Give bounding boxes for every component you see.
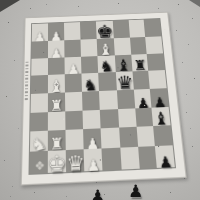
black-pawn-piece[interactable]: ♟ bbox=[158, 154, 173, 170]
square-d3[interactable] bbox=[83, 110, 101, 130]
square-e4[interactable] bbox=[99, 90, 118, 109]
square-a2[interactable]: ♞ bbox=[30, 131, 47, 152]
white-king-piece[interactable]: ♚ bbox=[47, 153, 66, 176]
square-g6[interactable]: ♜ bbox=[131, 54, 148, 72]
square-b5[interactable]: ♝ bbox=[47, 74, 65, 93]
board-grid: ♟♟♚♟♝♟♞♝♜♝♞♛♜♟♟♝♞♜♟♚♛♟♟ bbox=[30, 19, 175, 174]
square-d6[interactable] bbox=[81, 56, 98, 74]
square-e7[interactable]: ♝ bbox=[97, 38, 115, 55]
photo-corner-shadow-top-right bbox=[189, 0, 200, 7]
square-c1[interactable]: ♛ bbox=[66, 149, 85, 172]
square-h2[interactable] bbox=[154, 126, 173, 146]
square-f5[interactable]: ♛ bbox=[116, 72, 134, 91]
square-d8[interactable] bbox=[80, 21, 96, 39]
square-g3[interactable] bbox=[135, 107, 153, 127]
square-d1[interactable]: ♟ bbox=[84, 148, 102, 171]
square-g8[interactable] bbox=[129, 20, 146, 38]
square-b2[interactable]: ♜ bbox=[47, 130, 66, 151]
square-f1[interactable] bbox=[120, 147, 139, 170]
square-c8[interactable] bbox=[64, 22, 81, 40]
square-e1[interactable] bbox=[101, 148, 121, 171]
chessboard-photo: ♟♟♚♟♝♟♞♝♜♝♞♛♜♟♟♝♞♜♟♚♛♟♟ ❖ ♟♟ bbox=[0, 0, 200, 200]
square-g4[interactable]: ♟ bbox=[134, 89, 152, 108]
square-h6[interactable] bbox=[147, 53, 165, 71]
square-d7[interactable] bbox=[81, 39, 97, 56]
corner-ornament-icon: ❖ bbox=[32, 156, 48, 176]
square-h5[interactable] bbox=[149, 70, 167, 89]
square-e5[interactable] bbox=[98, 72, 117, 91]
square-e8[interactable]: ♚ bbox=[96, 21, 114, 39]
square-d5[interactable]: ♞ bbox=[82, 73, 99, 92]
square-b6[interactable] bbox=[47, 57, 65, 75]
square-h4[interactable]: ♟ bbox=[150, 88, 168, 107]
square-a4[interactable] bbox=[31, 93, 48, 112]
square-f8[interactable] bbox=[113, 20, 130, 38]
white-pawn-piece[interactable]: ♟ bbox=[86, 157, 100, 173]
square-h3[interactable]: ♝ bbox=[152, 107, 171, 127]
square-b4[interactable]: ♜ bbox=[47, 93, 65, 112]
square-h8[interactable] bbox=[144, 19, 161, 37]
photo-corner-shadow-top-left bbox=[0, 0, 20, 12]
square-a6[interactable] bbox=[31, 58, 47, 76]
square-c6[interactable]: ♟ bbox=[65, 56, 82, 74]
captured-black-pawn-piece[interactable]: ♟ bbox=[90, 188, 105, 200]
chess-board[interactable]: ♟♟♚♟♝♟♞♝♜♝♞♛♜♟♟♝♞♜♟♚♛♟♟ ❖ bbox=[21, 12, 187, 186]
square-f6[interactable]: ♝ bbox=[115, 54, 133, 72]
captured-black-pawn-piece[interactable]: ♟ bbox=[128, 183, 143, 200]
square-c4[interactable] bbox=[65, 92, 83, 111]
square-c5[interactable] bbox=[65, 74, 82, 93]
square-g7[interactable] bbox=[130, 37, 147, 54]
square-f2[interactable] bbox=[119, 127, 138, 147]
square-c2[interactable] bbox=[66, 130, 84, 151]
square-b1[interactable]: ♚ bbox=[47, 150, 66, 173]
square-a8[interactable]: ♟ bbox=[32, 23, 48, 41]
white-queen-piece[interactable]: ♛ bbox=[66, 153, 85, 175]
square-g2[interactable] bbox=[137, 126, 156, 146]
square-b8[interactable]: ♟ bbox=[48, 23, 65, 41]
square-e6[interactable]: ♞ bbox=[97, 55, 115, 73]
square-h1[interactable]: ♟ bbox=[155, 145, 175, 168]
square-f7[interactable] bbox=[114, 38, 131, 55]
square-a5[interactable] bbox=[31, 75, 48, 94]
square-c3[interactable] bbox=[66, 110, 84, 130]
square-g5[interactable] bbox=[132, 71, 150, 90]
square-b3[interactable] bbox=[47, 111, 66, 131]
square-d4[interactable] bbox=[82, 91, 99, 110]
square-h7[interactable] bbox=[146, 36, 163, 53]
square-g1[interactable] bbox=[138, 146, 157, 169]
square-a3[interactable] bbox=[30, 112, 47, 132]
square-b7[interactable]: ♟ bbox=[48, 40, 65, 58]
square-f3[interactable] bbox=[118, 108, 137, 128]
square-e2[interactable] bbox=[101, 128, 121, 149]
square-c7[interactable] bbox=[65, 40, 82, 57]
square-a7[interactable] bbox=[31, 41, 47, 58]
square-e3[interactable] bbox=[100, 109, 119, 129]
square-d2[interactable]: ♟ bbox=[84, 129, 102, 149]
board-speckles bbox=[25, 17, 26, 18]
board-edge-brand-marking bbox=[25, 62, 29, 100]
square-f4[interactable] bbox=[117, 90, 135, 109]
